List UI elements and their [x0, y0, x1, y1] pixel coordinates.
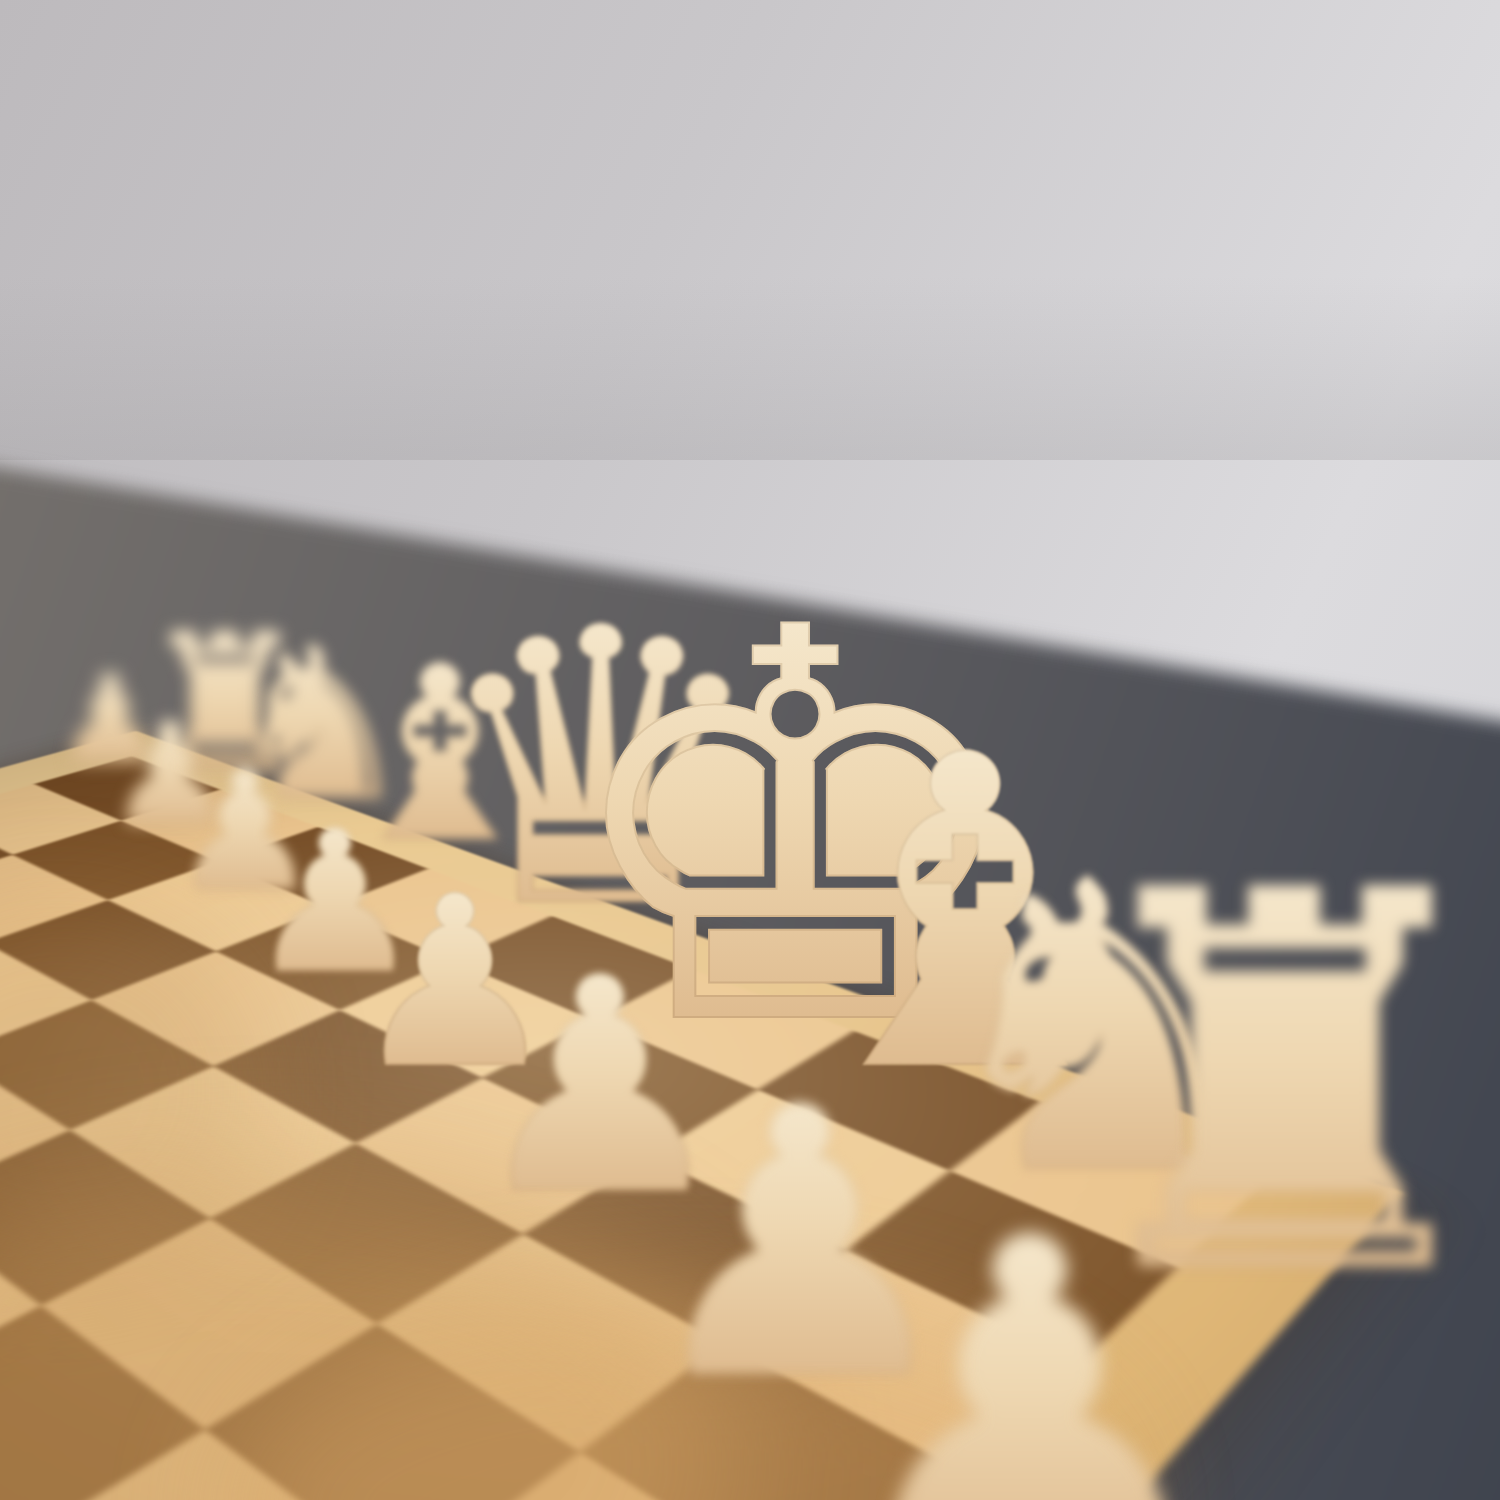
photo-scene: ♜♞♝♛♚♝♞♜♟♟♟♟♟♟♟♟	[0, 0, 1500, 1500]
studio-wall	[0, 0, 1500, 460]
piece-white-pawn-h2[interactable]: ♟	[824, 1180, 1236, 1500]
